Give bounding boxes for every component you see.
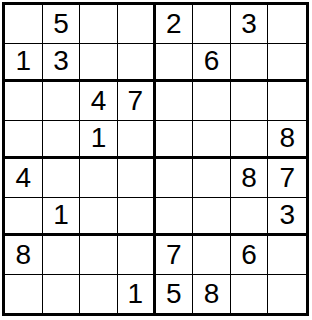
cell-r6c7[interactable] <box>231 198 269 237</box>
cell-r7c1[interactable]: 8 <box>5 236 43 275</box>
cell-r6c8[interactable]: 3 <box>268 198 306 237</box>
cell-r7c5[interactable]: 7 <box>156 236 194 275</box>
cell-r1c8[interactable] <box>268 5 306 44</box>
cell-r3c3[interactable]: 4 <box>80 82 118 121</box>
cell-r1c2[interactable]: 5 <box>43 5 81 44</box>
sudoku-board: 523136471848713876158 <box>2 2 309 316</box>
cell-r3c2[interactable] <box>43 82 81 121</box>
cell-r7c6[interactable] <box>193 236 231 275</box>
cell-r6c5[interactable] <box>156 198 194 237</box>
cell-r5c8[interactable]: 7 <box>268 159 306 198</box>
cell-r8c4[interactable]: 1 <box>118 275 156 314</box>
cell-r4c1[interactable] <box>5 121 43 160</box>
cell-r2c3[interactable] <box>80 44 118 83</box>
cell-r4c5[interactable] <box>156 121 194 160</box>
cell-r7c8[interactable] <box>268 236 306 275</box>
cell-r2c5[interactable] <box>156 44 194 83</box>
cell-r7c3[interactable] <box>80 236 118 275</box>
cell-r2c2[interactable]: 3 <box>43 44 81 83</box>
cell-r5c4[interactable] <box>118 159 156 198</box>
cell-r8c2[interactable] <box>43 275 81 314</box>
cell-r5c1[interactable]: 4 <box>5 159 43 198</box>
cell-r3c6[interactable] <box>193 82 231 121</box>
cell-r8c3[interactable] <box>80 275 118 314</box>
cell-r1c4[interactable] <box>118 5 156 44</box>
cell-r6c1[interactable] <box>5 198 43 237</box>
cell-r5c7[interactable]: 8 <box>231 159 269 198</box>
cell-r5c2[interactable] <box>43 159 81 198</box>
cell-r4c4[interactable] <box>118 121 156 160</box>
cell-r1c7[interactable]: 3 <box>231 5 269 44</box>
cell-r7c2[interactable] <box>43 236 81 275</box>
cell-r6c4[interactable] <box>118 198 156 237</box>
cell-r2c1[interactable]: 1 <box>5 44 43 83</box>
cell-r6c2[interactable]: 1 <box>43 198 81 237</box>
cell-r2c4[interactable] <box>118 44 156 83</box>
cell-r5c3[interactable] <box>80 159 118 198</box>
cell-r6c3[interactable] <box>80 198 118 237</box>
cell-r2c8[interactable] <box>268 44 306 83</box>
cell-r8c8[interactable] <box>268 275 306 314</box>
cell-r3c4[interactable]: 7 <box>118 82 156 121</box>
cell-r4c6[interactable] <box>193 121 231 160</box>
cell-r4c8[interactable]: 8 <box>268 121 306 160</box>
cell-r7c4[interactable] <box>118 236 156 275</box>
cell-r8c7[interactable] <box>231 275 269 314</box>
cell-r1c1[interactable] <box>5 5 43 44</box>
cell-r4c2[interactable] <box>43 121 81 160</box>
cell-r1c6[interactable] <box>193 5 231 44</box>
cell-r2c7[interactable] <box>231 44 269 83</box>
cell-r5c5[interactable] <box>156 159 194 198</box>
cell-r3c1[interactable] <box>5 82 43 121</box>
cell-r8c5[interactable]: 5 <box>156 275 194 314</box>
cell-r3c7[interactable] <box>231 82 269 121</box>
cell-r8c6[interactable]: 8 <box>193 275 231 314</box>
cell-r7c7[interactable]: 6 <box>231 236 269 275</box>
cell-r8c1[interactable] <box>5 275 43 314</box>
cell-r3c5[interactable] <box>156 82 194 121</box>
cell-r1c3[interactable] <box>80 5 118 44</box>
cell-r3c8[interactable] <box>268 82 306 121</box>
cell-r2c6[interactable]: 6 <box>193 44 231 83</box>
cell-r1c5[interactable]: 2 <box>156 5 194 44</box>
cell-r5c6[interactable] <box>193 159 231 198</box>
cell-r6c6[interactable] <box>193 198 231 237</box>
cell-r4c7[interactable] <box>231 121 269 160</box>
cell-r4c3[interactable]: 1 <box>80 121 118 160</box>
